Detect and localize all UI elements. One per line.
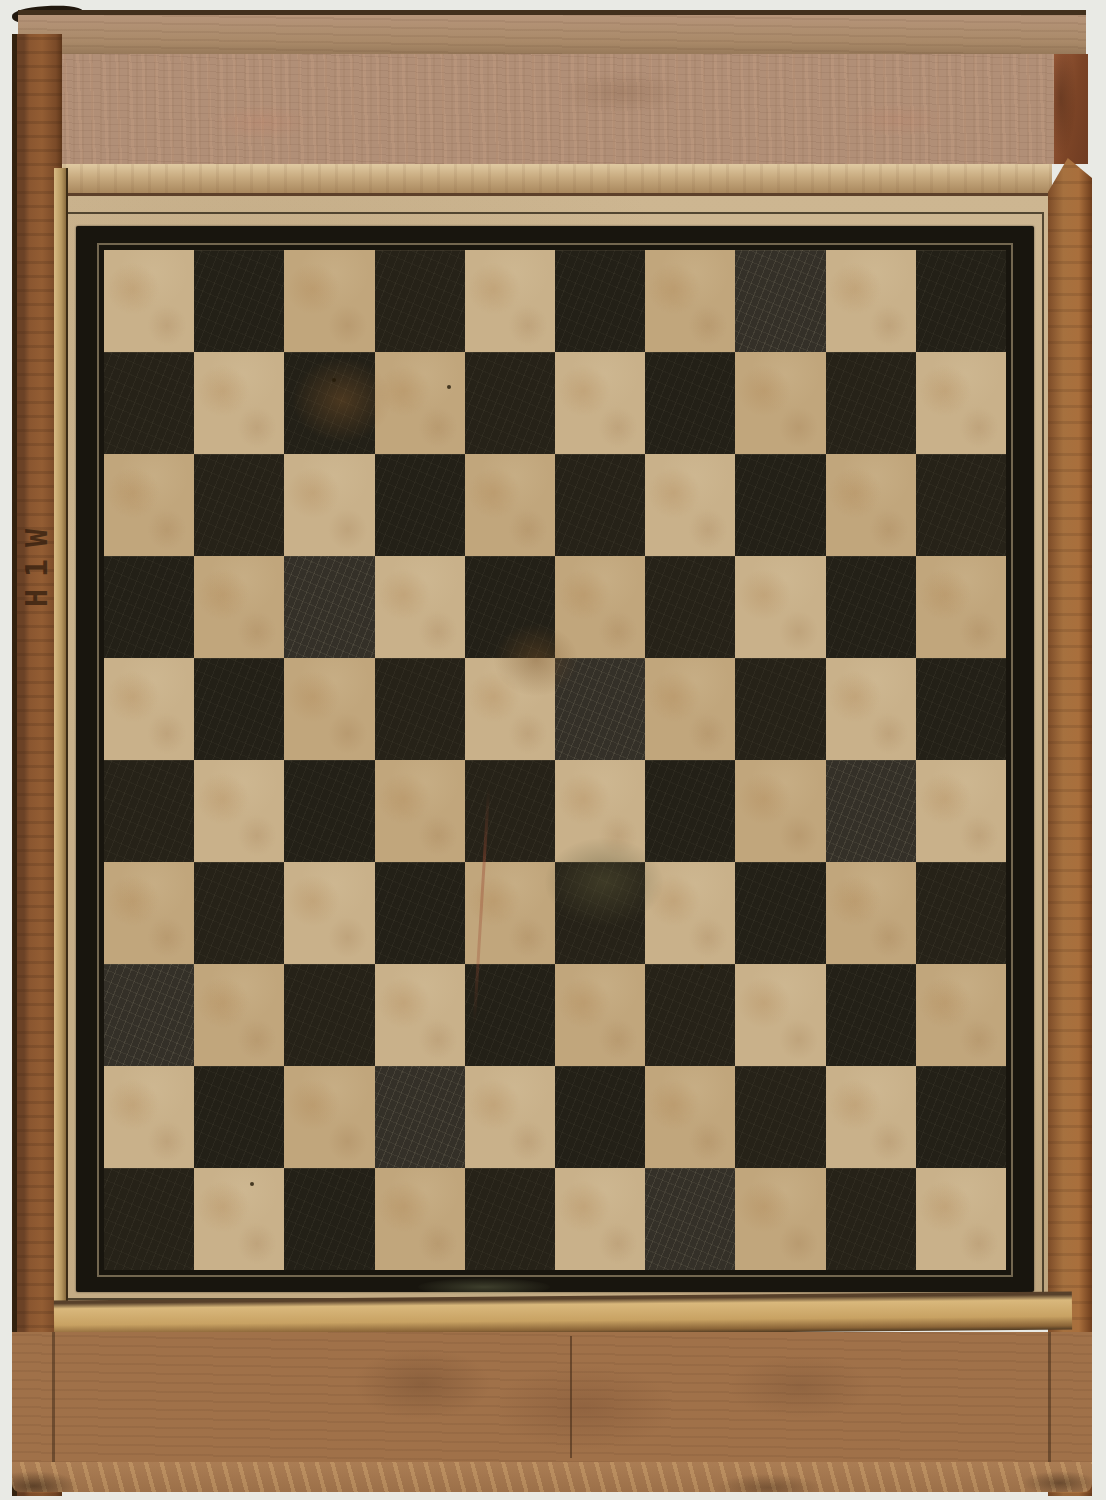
board-cell bbox=[284, 454, 374, 556]
wood-crack bbox=[570, 1336, 572, 1458]
board-cell bbox=[104, 1066, 194, 1168]
board-cell bbox=[916, 352, 1006, 454]
board-cell bbox=[826, 964, 916, 1066]
board-cell bbox=[375, 862, 465, 964]
board-cell bbox=[284, 250, 374, 352]
board-cell bbox=[104, 352, 194, 454]
board-cell bbox=[555, 1168, 645, 1270]
board-cell bbox=[916, 454, 1006, 556]
board-cell bbox=[735, 556, 825, 658]
board-cell bbox=[104, 658, 194, 760]
board-cell bbox=[284, 862, 374, 964]
board-cell bbox=[194, 556, 284, 658]
board-cell bbox=[104, 760, 194, 862]
board-cell bbox=[645, 862, 735, 964]
board-cell bbox=[826, 250, 916, 352]
board-cell bbox=[465, 1168, 555, 1270]
board-cell bbox=[194, 1168, 284, 1270]
board-cell bbox=[375, 1168, 465, 1270]
board-cell bbox=[375, 250, 465, 352]
board-cell bbox=[284, 658, 374, 760]
board-cell bbox=[735, 1168, 825, 1270]
board-cell bbox=[916, 250, 1006, 352]
board-cell bbox=[465, 658, 555, 760]
board-cell bbox=[735, 862, 825, 964]
board-cell bbox=[826, 760, 916, 862]
board-cell bbox=[284, 1066, 374, 1168]
board-cell bbox=[465, 556, 555, 658]
speck bbox=[250, 1182, 254, 1186]
board-cell bbox=[826, 352, 916, 454]
board-cell bbox=[916, 556, 1006, 658]
board-cell bbox=[735, 760, 825, 862]
wood-top-molding bbox=[46, 164, 1052, 196]
board-cell bbox=[645, 1168, 735, 1270]
board-cell bbox=[375, 658, 465, 760]
board-cell bbox=[555, 658, 645, 760]
board-cell bbox=[555, 352, 645, 454]
inventory-marking: H1W bbox=[19, 517, 54, 607]
board-cell bbox=[194, 352, 284, 454]
board-cell bbox=[826, 862, 916, 964]
board-cell bbox=[284, 760, 374, 862]
checkers-board bbox=[104, 250, 1006, 1270]
board-cell bbox=[194, 760, 284, 862]
board-cell bbox=[284, 556, 374, 658]
board-cell bbox=[735, 1066, 825, 1168]
board-cell bbox=[375, 964, 465, 1066]
board-cell bbox=[645, 352, 735, 454]
board-cell bbox=[826, 658, 916, 760]
wood-seam bbox=[1048, 1332, 1051, 1462]
board-cell bbox=[826, 556, 916, 658]
board-cell bbox=[375, 1066, 465, 1168]
wood-left-inner-edge bbox=[54, 168, 68, 1302]
board-cell bbox=[916, 1168, 1006, 1270]
board-cell bbox=[645, 760, 735, 862]
board-cell bbox=[104, 1168, 194, 1270]
wood-bottom-edge bbox=[12, 1462, 1092, 1492]
board-cell bbox=[465, 352, 555, 454]
board-cell bbox=[194, 862, 284, 964]
board-cell bbox=[735, 658, 825, 760]
board-cell bbox=[375, 352, 465, 454]
board-cell bbox=[375, 556, 465, 658]
board-cell bbox=[916, 658, 1006, 760]
board-cell bbox=[194, 1066, 284, 1168]
board-cell bbox=[916, 760, 1006, 862]
board-cell bbox=[645, 658, 735, 760]
board-cell bbox=[826, 1168, 916, 1270]
speck bbox=[700, 965, 704, 969]
board-cell bbox=[645, 964, 735, 1066]
board-cell bbox=[104, 454, 194, 556]
board-cell bbox=[916, 964, 1006, 1066]
board-cell bbox=[555, 760, 645, 862]
board-cell bbox=[916, 1066, 1006, 1168]
speck bbox=[447, 385, 451, 389]
photo-canvas: H1W bbox=[0, 0, 1106, 1500]
board-cell bbox=[284, 1168, 374, 1270]
board-cell bbox=[555, 250, 645, 352]
board-cell bbox=[194, 454, 284, 556]
board-cell bbox=[194, 964, 284, 1066]
board-cell bbox=[645, 454, 735, 556]
board-cell bbox=[375, 454, 465, 556]
board-cell bbox=[555, 862, 645, 964]
board-cell bbox=[645, 556, 735, 658]
board-cell bbox=[194, 250, 284, 352]
wood-seam bbox=[52, 1332, 55, 1462]
board-cell bbox=[465, 760, 555, 862]
speck bbox=[332, 378, 336, 382]
board-cell bbox=[284, 352, 374, 454]
wood-top-cap bbox=[18, 10, 1086, 54]
wood-top-rail-end bbox=[1054, 54, 1088, 164]
board-cell bbox=[826, 454, 916, 556]
board-cell bbox=[555, 556, 645, 658]
board-cell bbox=[555, 454, 645, 556]
board-cell bbox=[375, 760, 465, 862]
board-cell bbox=[555, 964, 645, 1066]
board-cell bbox=[735, 352, 825, 454]
board-cell bbox=[826, 1066, 916, 1168]
board-cell bbox=[104, 964, 194, 1066]
wood-bottom-rail bbox=[12, 1332, 1092, 1462]
board-cell bbox=[465, 454, 555, 556]
board-cell bbox=[194, 658, 284, 760]
board-cell bbox=[916, 862, 1006, 964]
board-cell bbox=[465, 1066, 555, 1168]
board-cell bbox=[104, 250, 194, 352]
board-cell bbox=[735, 454, 825, 556]
board-cell bbox=[104, 862, 194, 964]
board-cell bbox=[465, 250, 555, 352]
board-cell bbox=[104, 556, 194, 658]
board-cell bbox=[735, 964, 825, 1066]
board-cell bbox=[555, 1066, 645, 1168]
board-cell bbox=[735, 250, 825, 352]
board-cell bbox=[645, 1066, 735, 1168]
board-cell bbox=[645, 250, 735, 352]
wood-top-rail bbox=[26, 54, 1088, 164]
board-cell bbox=[284, 964, 374, 1066]
